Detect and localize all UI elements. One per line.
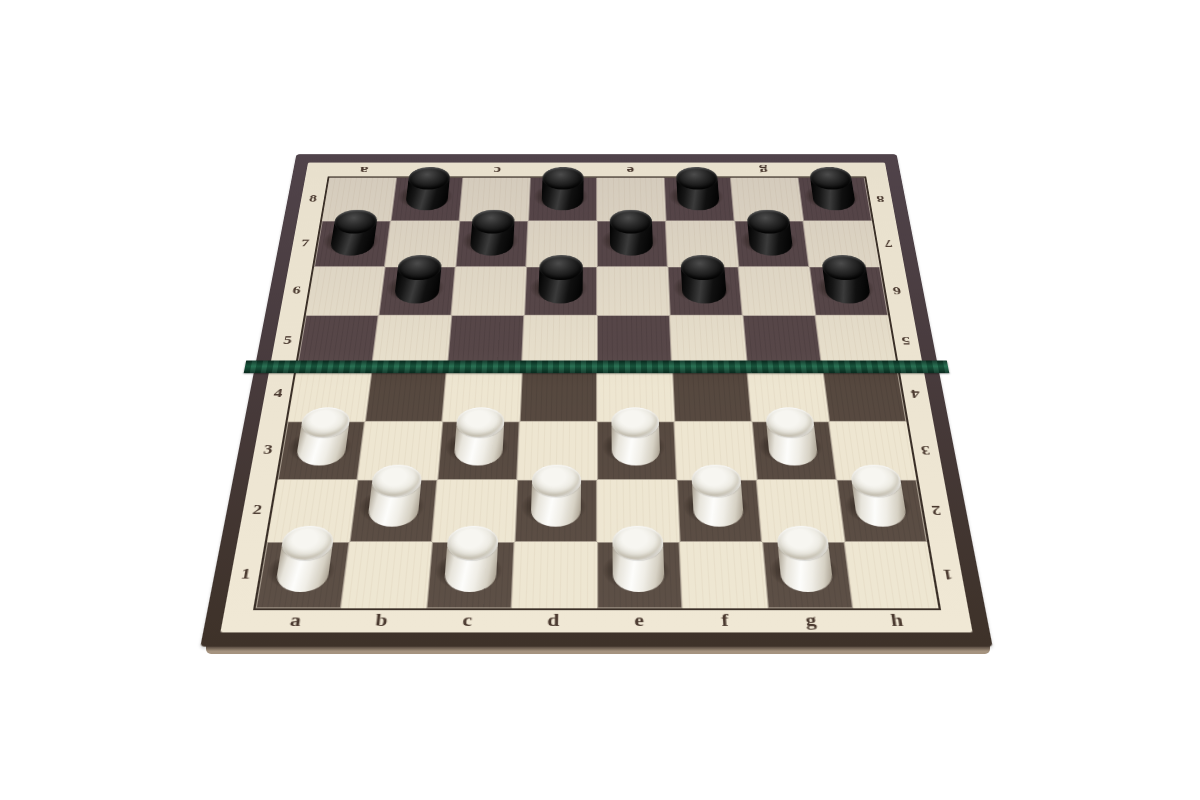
piece-white-f2[interactable]	[691, 464, 744, 526]
piece-white-g1[interactable]	[775, 525, 833, 591]
piece-top	[542, 166, 584, 189]
piece-top	[612, 525, 663, 559]
file-label-e: e	[596, 607, 682, 632]
piece-top	[407, 166, 450, 189]
piece-white-d2[interactable]	[530, 464, 581, 526]
piece-white-a3[interactable]	[294, 407, 351, 465]
square-g7[interactable]	[733, 220, 808, 266]
square-h5[interactable]	[814, 315, 896, 366]
file-label-g: g	[729, 162, 797, 177]
piece-white-e1[interactable]	[612, 525, 664, 591]
square-c5[interactable]	[446, 315, 523, 366]
square-c7[interactable]	[455, 220, 528, 266]
square-a7[interactable]	[313, 220, 390, 266]
file-label-f: f	[681, 607, 768, 632]
square-d8[interactable]	[527, 177, 596, 220]
square-e6[interactable]	[596, 266, 669, 315]
square-f5[interactable]	[669, 315, 746, 366]
square-a6[interactable]	[305, 266, 384, 315]
square-f1[interactable]	[679, 541, 767, 607]
file-label-c: c	[462, 162, 530, 177]
square-b2[interactable]	[348, 479, 436, 541]
piece-top	[538, 254, 582, 279]
square-f8[interactable]	[663, 177, 734, 220]
square-h2[interactable]	[836, 479, 926, 541]
square-g3[interactable]	[751, 421, 836, 479]
file-label-b: b	[337, 607, 426, 632]
square-c3[interactable]	[436, 421, 518, 479]
piece-top	[611, 407, 659, 437]
piece-black-g7[interactable]	[746, 209, 793, 255]
piece-black-a7[interactable]	[329, 209, 378, 255]
square-b8[interactable]	[390, 177, 462, 220]
square-b6[interactable]	[378, 266, 455, 315]
piece-top	[609, 209, 652, 233]
square-f2[interactable]	[676, 479, 761, 541]
square-d2[interactable]	[513, 479, 596, 541]
square-e5[interactable]	[596, 315, 671, 366]
piece-top	[455, 407, 504, 437]
piece-black-c7[interactable]	[469, 209, 514, 255]
piece-white-g3[interactable]	[764, 407, 818, 465]
square-a3[interactable]	[277, 421, 364, 479]
piece-top	[471, 209, 515, 233]
file-label-a: a	[328, 162, 397, 177]
file-label-a: a	[250, 607, 340, 632]
piece-top	[675, 166, 717, 189]
square-h6[interactable]	[808, 266, 887, 315]
square-h8[interactable]	[797, 177, 871, 220]
piece-black-f6[interactable]	[680, 254, 727, 303]
square-b1[interactable]	[340, 541, 431, 607]
square-a5[interactable]	[296, 315, 378, 366]
file-label-c: c	[423, 607, 510, 632]
piece-top	[531, 464, 581, 496]
piece-black-b8[interactable]	[404, 166, 450, 209]
piece-white-b2[interactable]	[366, 464, 422, 526]
square-b5[interactable]	[371, 315, 450, 366]
piece-black-f8[interactable]	[675, 166, 719, 209]
square-g5[interactable]	[742, 315, 821, 366]
piece-white-a1[interactable]	[274, 525, 335, 591]
square-c1[interactable]	[425, 541, 513, 607]
file-label-e: e	[596, 162, 663, 177]
piece-black-d8[interactable]	[541, 166, 583, 209]
scene: abcdefgh abcdefgh 87654321 87654321	[0, 0, 1200, 800]
square-f4[interactable]	[671, 366, 751, 421]
piece-top	[691, 464, 742, 496]
square-g1[interactable]	[761, 541, 852, 607]
piece-black-b6[interactable]	[393, 254, 442, 303]
piece-black-h6[interactable]	[820, 254, 871, 303]
piece-white-h2[interactable]	[849, 464, 908, 526]
piece-black-h8[interactable]	[808, 166, 856, 209]
file-labels-bottom: abcdefgh	[250, 607, 941, 632]
square-e3[interactable]	[596, 421, 676, 479]
board-field	[255, 177, 938, 608]
square-d1[interactable]	[511, 541, 596, 607]
square-d5[interactable]	[521, 315, 596, 366]
square-g6[interactable]	[737, 266, 814, 315]
square-b4[interactable]	[364, 366, 446, 421]
file-label-d: d	[510, 607, 596, 632]
piece-white-c3[interactable]	[453, 407, 505, 465]
piece-black-e7[interactable]	[609, 209, 652, 255]
hinge-strip	[243, 360, 949, 373]
piece-top	[446, 525, 499, 559]
file-label-h: h	[852, 607, 942, 632]
piece-top	[746, 209, 791, 233]
square-f6[interactable]	[667, 266, 742, 315]
square-h4[interactable]	[821, 366, 905, 421]
square-c6[interactable]	[450, 266, 525, 315]
square-d6[interactable]	[523, 266, 596, 315]
square-d4[interactable]	[519, 366, 596, 421]
square-h1[interactable]	[844, 541, 938, 607]
piece-white-e3[interactable]	[611, 407, 660, 465]
file-label-g: g	[767, 607, 856, 632]
square-e1[interactable]	[596, 541, 681, 607]
piece-white-c1[interactable]	[443, 525, 498, 591]
piece-black-d6[interactable]	[538, 254, 583, 303]
checkers-board: abcdefgh abcdefgh 87654321 87654321	[200, 154, 992, 646]
square-e7[interactable]	[596, 220, 667, 266]
piece-top	[680, 254, 725, 279]
square-a1[interactable]	[255, 541, 349, 607]
